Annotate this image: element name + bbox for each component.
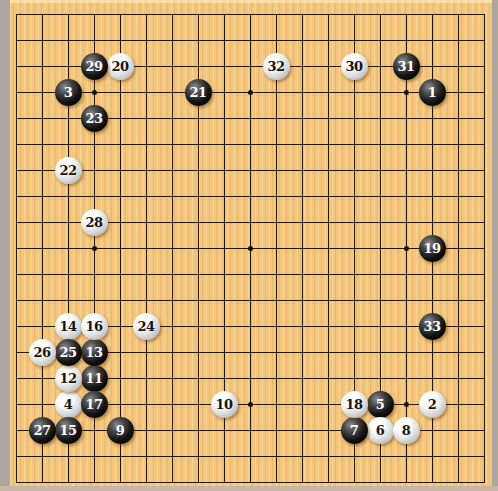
- move-number: 15: [59, 424, 76, 437]
- move-number: 21: [189, 86, 206, 99]
- move-number: 12: [59, 372, 76, 385]
- stone-8-Q3[interactable]: 8: [393, 417, 420, 444]
- stone-20-E17[interactable]: 20: [107, 53, 134, 80]
- stones-layer: 1234567891011121314151617181920212223242…: [3, 1, 497, 491]
- move-number: 14: [59, 320, 76, 333]
- stone-17-D4[interactable]: 17: [81, 391, 108, 418]
- stone-19-R10[interactable]: 19: [419, 235, 446, 262]
- stone-5-P4[interactable]: 5: [367, 391, 394, 418]
- stone-11-D5[interactable]: 11: [81, 365, 108, 392]
- move-number: 5: [376, 398, 385, 411]
- move-number: 8: [402, 424, 411, 437]
- stone-3-C16[interactable]: 3: [55, 79, 82, 106]
- stone-16-D7[interactable]: 16: [81, 313, 108, 340]
- move-number: 17: [85, 398, 102, 411]
- stone-29-D17[interactable]: 29: [81, 53, 108, 80]
- move-number: 19: [423, 242, 440, 255]
- move-number: 27: [33, 424, 50, 437]
- move-number: 28: [85, 216, 102, 229]
- stone-30-O17[interactable]: 30: [341, 53, 368, 80]
- stone-32-L17[interactable]: 32: [263, 53, 290, 80]
- move-number: 26: [33, 346, 50, 359]
- move-number: 23: [85, 112, 102, 125]
- stone-27-B3[interactable]: 27: [29, 417, 56, 444]
- stone-15-C3[interactable]: 15: [55, 417, 82, 444]
- move-number: 4: [64, 398, 73, 411]
- stone-18-O4[interactable]: 18: [341, 391, 368, 418]
- move-number: 2: [428, 398, 437, 411]
- move-number: 33: [423, 320, 440, 333]
- stone-7-O3[interactable]: 7: [341, 417, 368, 444]
- stone-13-D6[interactable]: 13: [81, 339, 108, 366]
- stone-9-E3[interactable]: 9: [107, 417, 134, 444]
- move-number: 11: [85, 372, 102, 385]
- stone-6-P3[interactable]: 6: [367, 417, 394, 444]
- stone-23-D15[interactable]: 23: [81, 105, 108, 132]
- move-number: 20: [111, 60, 128, 73]
- move-number: 22: [59, 164, 76, 177]
- move-number: 13: [85, 346, 102, 359]
- go-diagram: 1234567891011121314151617181920212223242…: [0, 0, 498, 491]
- move-number: 25: [59, 346, 76, 359]
- move-number: 31: [397, 60, 414, 73]
- move-number: 7: [350, 424, 359, 437]
- stone-10-J4[interactable]: 10: [211, 391, 238, 418]
- stone-21-H16[interactable]: 21: [185, 79, 212, 106]
- stone-26-B6[interactable]: 26: [29, 339, 56, 366]
- move-number: 16: [85, 320, 102, 333]
- move-number: 32: [267, 60, 284, 73]
- stone-28-D11[interactable]: 28: [81, 209, 108, 236]
- stone-4-C4[interactable]: 4: [55, 391, 82, 418]
- stone-24-F7[interactable]: 24: [133, 313, 160, 340]
- move-number: 1: [428, 86, 437, 99]
- move-number: 6: [376, 424, 385, 437]
- stone-22-C13[interactable]: 22: [55, 157, 82, 184]
- move-number: 10: [215, 398, 232, 411]
- move-number: 18: [345, 398, 362, 411]
- stone-1-R16[interactable]: 1: [419, 79, 446, 106]
- move-number: 24: [137, 320, 154, 333]
- move-number: 29: [85, 60, 102, 73]
- move-number: 3: [64, 86, 73, 99]
- stone-31-Q17[interactable]: 31: [393, 53, 420, 80]
- move-number: 30: [345, 60, 362, 73]
- stone-2-R4[interactable]: 2: [419, 391, 446, 418]
- stone-25-C6[interactable]: 25: [55, 339, 82, 366]
- stone-14-C7[interactable]: 14: [55, 313, 82, 340]
- move-number: 9: [116, 424, 125, 437]
- stone-33-R7[interactable]: 33: [419, 313, 446, 340]
- stone-12-C5[interactable]: 12: [55, 365, 82, 392]
